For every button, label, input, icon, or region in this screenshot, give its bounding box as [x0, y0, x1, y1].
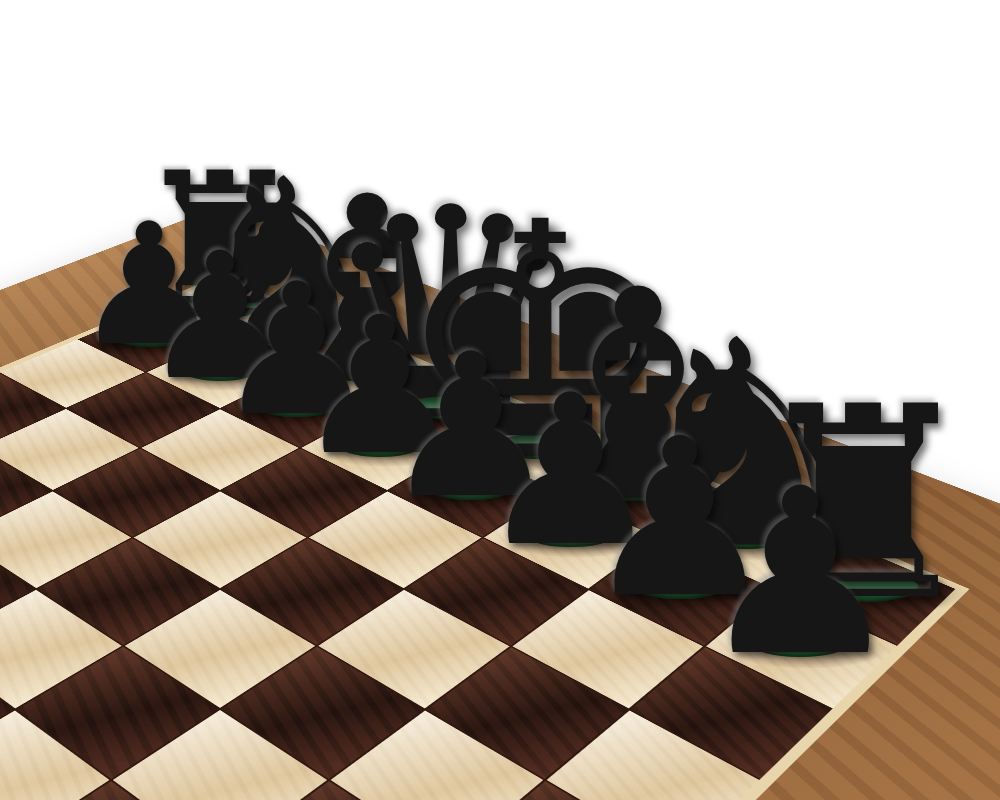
chess-set-photo: ♜♞♝♛♚♝♞♜♟♟♟♟♟♟♟♟: [0, 0, 1000, 800]
board-grid: [0, 280, 955, 800]
board-border-line: [0, 275, 970, 800]
chess-board: [0, 206, 1000, 800]
